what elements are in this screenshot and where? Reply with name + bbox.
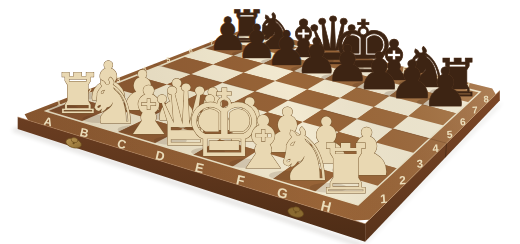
rank-label-right-8: 8	[483, 93, 489, 104]
piece-white-rook-h1: ♜	[315, 129, 376, 209]
piece-black-pawn-h7: ♟	[421, 56, 469, 119]
rank-label-right-4: 4	[432, 142, 439, 154]
chessboard-scene: ABCDEFGH1234567812345678ABCDEFGH♜♞♝♛♚♝♞♜…	[0, 0, 520, 244]
rank-label-left-6: 6	[188, 47, 193, 54]
rank-label-right-1: 1	[380, 192, 388, 206]
rank-label-right-3: 3	[416, 157, 423, 169]
rank-label-right-5: 5	[446, 128, 453, 140]
chess-set-photo: ABCDEFGH1234567812345678ABCDEFGH♜♞♝♛♚♝♞♜…	[0, 0, 520, 244]
